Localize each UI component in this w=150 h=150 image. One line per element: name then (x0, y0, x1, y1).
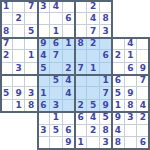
cell-r3c0[interactable]: 7 (1, 38, 13, 50)
cell-r3c6-shared[interactable]: 8 (75, 38, 87, 50)
cell-r4c10[interactable]: 1 (125, 50, 137, 62)
cell-r3c4-shared[interactable]: 6 (50, 38, 62, 50)
cell-r4c6-shared[interactable] (75, 50, 87, 62)
cell-r9c4[interactable]: 1 (50, 112, 62, 124)
cell-r6c3-shared[interactable] (38, 75, 50, 87)
cell-r7c0[interactable]: 5 (1, 87, 13, 99)
cell-r6c4-shared[interactable]: 5 (50, 75, 62, 87)
cell-r7c6-shared[interactable] (75, 87, 87, 99)
cell-r9c9[interactable]: 9 (112, 112, 124, 124)
cell-r7c1[interactable]: 9 (13, 87, 25, 99)
cell-r6c9[interactable]: 6 (112, 75, 124, 87)
cell-r3c3-shared[interactable]: 9 (38, 38, 50, 50)
cell-r1c3[interactable] (38, 13, 50, 25)
cell-r4c9[interactable]: 2 (112, 50, 124, 62)
cell-r4c4-shared[interactable]: 7 (50, 50, 62, 62)
sudoku-board: 1734226488517379618242147621352716954167… (0, 0, 150, 150)
cell-r9c6[interactable]: 6 (75, 112, 87, 124)
cell-r10c7[interactable]: 2 (87, 125, 99, 137)
cell-r4c1[interactable] (13, 50, 25, 62)
box-border-line-vertical (148, 37, 150, 150)
cell-r9c3[interactable] (38, 112, 50, 124)
cell-r4c7-shared[interactable] (87, 50, 99, 62)
cell-r3c9[interactable] (112, 38, 124, 50)
cell-r7c9[interactable]: 5 (112, 87, 124, 99)
box-border-line-horizontal (0, 0, 113, 2)
cell-r6c1[interactable] (13, 75, 25, 87)
sudoku-app-canvas: 1734226488517379618242147621352716954167… (0, 0, 150, 150)
cell-r9c10[interactable]: 3 (125, 112, 137, 124)
cell-r9c7[interactable]: 4 (87, 112, 99, 124)
cell-r6c10[interactable] (125, 75, 137, 87)
cell-r4c0[interactable]: 2 (1, 50, 13, 62)
cell-r6c0[interactable] (1, 75, 13, 87)
cell-r0c0[interactable]: 1 (1, 1, 13, 13)
cell-r0c4[interactable]: 4 (50, 1, 62, 13)
cell-r7c7-shared[interactable] (87, 87, 99, 99)
cell-r1c1[interactable]: 2 (13, 13, 25, 25)
cell-r1c4[interactable] (50, 13, 62, 25)
box-border-line-horizontal (0, 111, 150, 113)
cell-r0c3[interactable]: 3 (38, 1, 50, 13)
cell-r10c6[interactable] (75, 125, 87, 137)
cell-r7c10[interactable]: 9 (125, 87, 137, 99)
cell-r7c4-shared[interactable] (50, 87, 62, 99)
box-border-line-horizontal (37, 148, 150, 150)
cell-r3c10[interactable]: 4 (125, 38, 137, 50)
cell-r6c7-shared[interactable] (87, 75, 99, 87)
cell-r0c1[interactable] (13, 1, 25, 13)
box-border-line-horizontal (0, 74, 150, 76)
box-border-line-horizontal (0, 37, 150, 39)
cell-r10c4[interactable]: 5 (50, 125, 62, 137)
cell-r1c0[interactable] (1, 13, 13, 25)
cell-r7c3-shared[interactable]: 1 (38, 87, 50, 99)
cell-r0c7[interactable]: 2 (87, 1, 99, 13)
cell-r4c3-shared[interactable]: 4 (38, 50, 50, 62)
cell-r1c6[interactable] (75, 13, 87, 25)
cell-r3c1[interactable] (13, 38, 25, 50)
cell-r6c6-shared[interactable] (75, 75, 87, 87)
cell-r10c3[interactable]: 3 (38, 125, 50, 137)
cell-r10c10[interactable] (125, 125, 137, 137)
cell-r3c7-shared[interactable]: 2 (87, 38, 99, 50)
cell-r1c7[interactable]: 4 (87, 13, 99, 25)
cell-r0c6[interactable] (75, 1, 87, 13)
cell-r10c9[interactable]: 4 (112, 125, 124, 137)
box-border-line-vertical (0, 0, 2, 113)
